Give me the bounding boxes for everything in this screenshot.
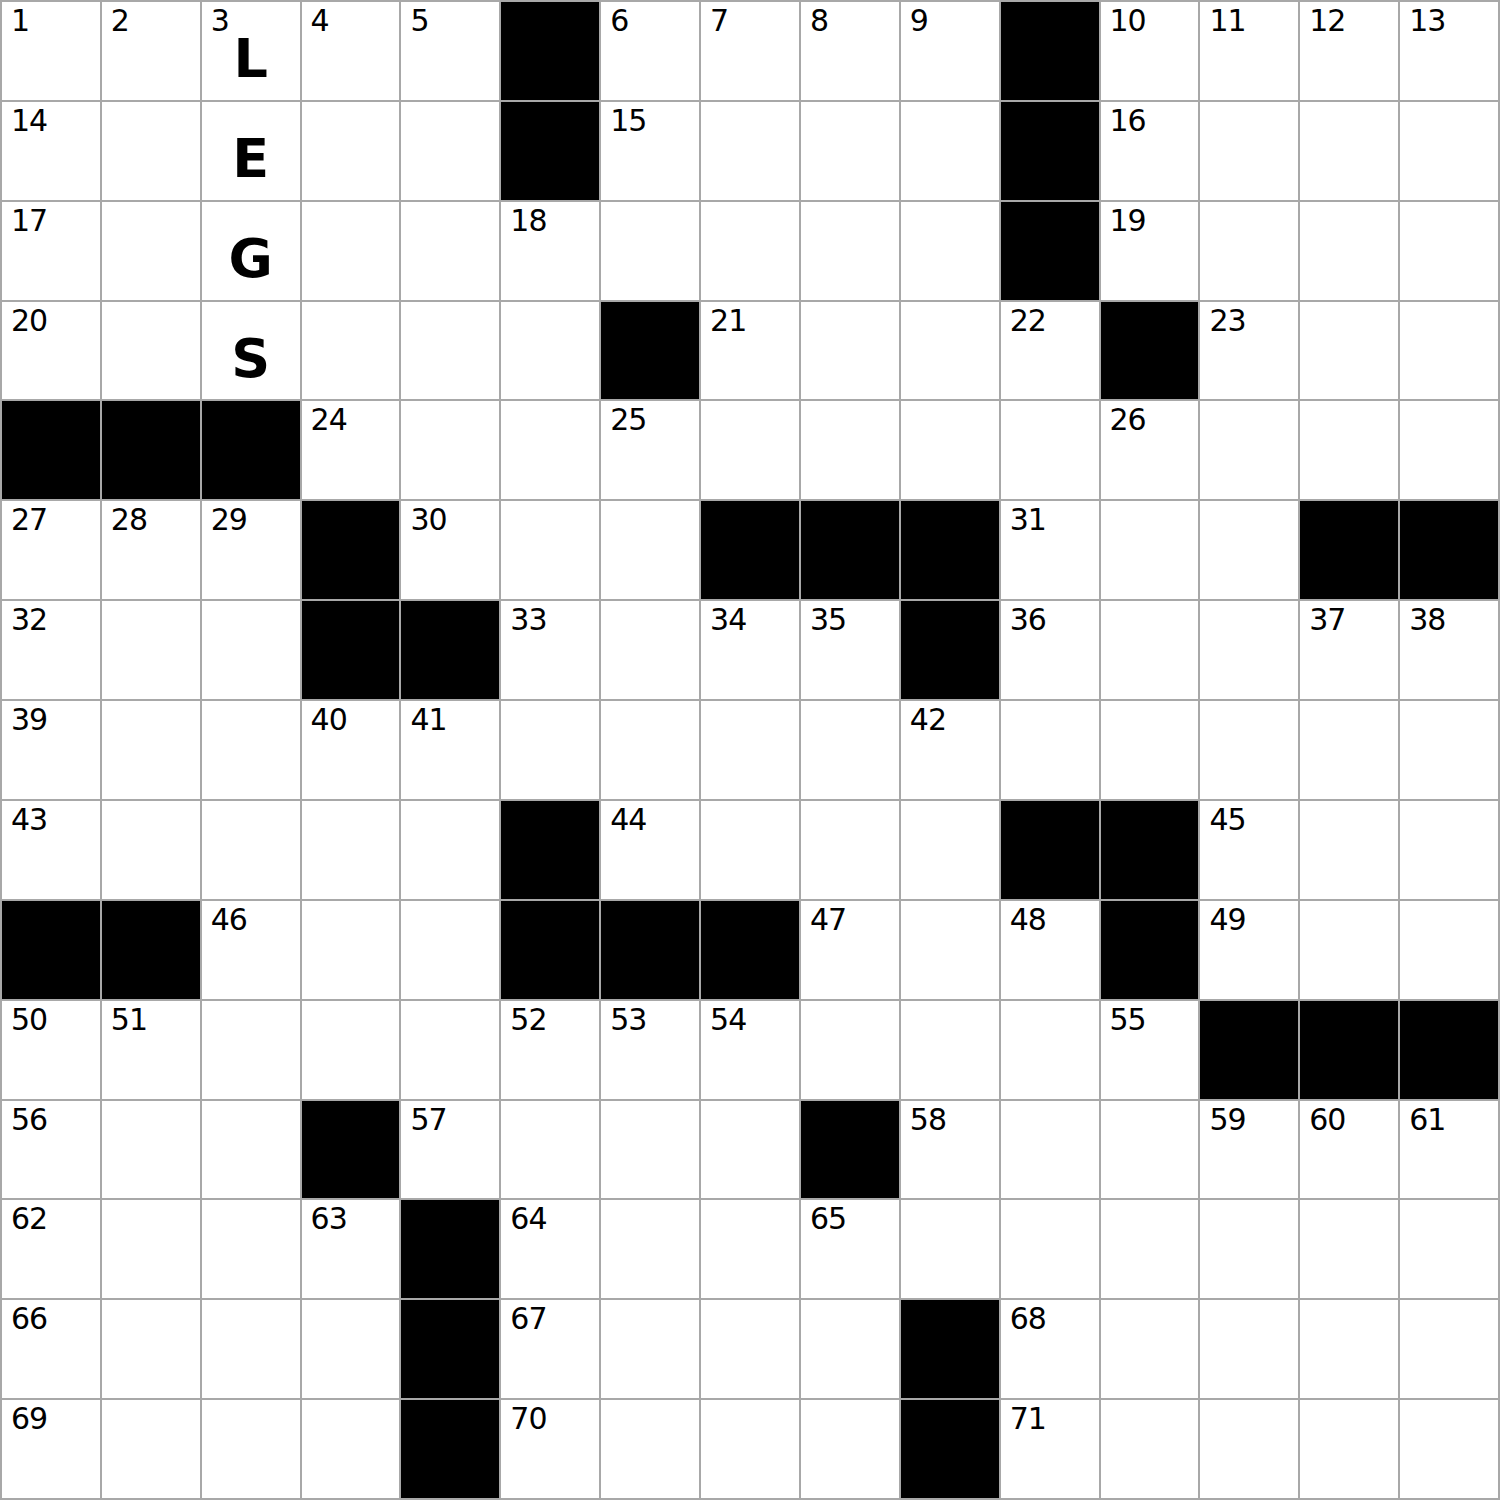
black-cell-r4c7 bbox=[601, 302, 699, 400]
black-cell-r10c8 bbox=[701, 901, 799, 999]
cell-letter-2-3: E bbox=[202, 102, 300, 200]
cell-r14c6[interactable]: 67 bbox=[501, 1300, 599, 1398]
clue-number-30: 30 bbox=[410, 505, 446, 535]
clue-number-44: 44 bbox=[610, 805, 646, 835]
clue-number-18: 18 bbox=[510, 206, 546, 236]
black-cell-r11c15 bbox=[1400, 1001, 1498, 1099]
cell-r8c9[interactable] bbox=[801, 701, 899, 799]
cell-r9c4[interactable] bbox=[302, 801, 400, 899]
cell-r13c2[interactable] bbox=[102, 1200, 200, 1298]
cell-r10c13[interactable]: 49 bbox=[1200, 901, 1298, 999]
clue-number-58: 58 bbox=[910, 1105, 946, 1135]
clue-number-32: 32 bbox=[11, 605, 47, 635]
cell-r9c15[interactable] bbox=[1400, 801, 1498, 899]
black-cell-r7c5 bbox=[401, 601, 499, 699]
black-cell-r6c15 bbox=[1400, 501, 1498, 599]
black-cell-r12c4 bbox=[302, 1101, 400, 1199]
cell-r4c5[interactable] bbox=[401, 302, 499, 400]
cell-r7c1[interactable]: 32 bbox=[2, 601, 100, 699]
cell-r14c14[interactable] bbox=[1300, 1300, 1398, 1398]
black-cell-r14c10 bbox=[901, 1300, 999, 1398]
clue-number-14: 14 bbox=[11, 106, 47, 136]
cell-r13c9[interactable]: 65 bbox=[801, 1200, 899, 1298]
clue-number-42: 42 bbox=[910, 705, 946, 735]
cell-r12c14[interactable]: 60 bbox=[1300, 1101, 1398, 1199]
cell-r4c6[interactable] bbox=[501, 302, 599, 400]
cell-r15c13[interactable] bbox=[1200, 1400, 1298, 1498]
cell-r10c4[interactable] bbox=[302, 901, 400, 999]
clue-number-27: 27 bbox=[11, 505, 47, 535]
cell-r2c10[interactable] bbox=[901, 102, 999, 200]
cell-r4c3[interactable]: S bbox=[202, 302, 300, 400]
cell-r4c11[interactable]: 22 bbox=[1001, 302, 1099, 400]
cell-r1c3[interactable]: 3L bbox=[202, 2, 300, 100]
clue-number-12: 12 bbox=[1309, 6, 1345, 36]
cell-r7c15[interactable]: 38 bbox=[1400, 601, 1498, 699]
cell-r1c15[interactable]: 13 bbox=[1400, 2, 1498, 100]
black-cell-r4c12 bbox=[1101, 302, 1199, 400]
cell-r8c7[interactable] bbox=[601, 701, 699, 799]
cell-r13c14[interactable] bbox=[1300, 1200, 1398, 1298]
cell-r3c14[interactable] bbox=[1300, 202, 1398, 300]
cell-r6c7[interactable] bbox=[601, 501, 699, 599]
cell-r7c6[interactable]: 33 bbox=[501, 601, 599, 699]
cell-r3c15[interactable] bbox=[1400, 202, 1498, 300]
clue-number-16: 16 bbox=[1110, 106, 1146, 136]
cell-r2c3[interactable]: E bbox=[202, 102, 300, 200]
clue-number-39: 39 bbox=[11, 705, 47, 735]
cell-r11c2[interactable]: 51 bbox=[102, 1001, 200, 1099]
clue-number-26: 26 bbox=[1110, 405, 1146, 435]
clue-number-15: 15 bbox=[610, 106, 646, 136]
cell-r8c13[interactable] bbox=[1200, 701, 1298, 799]
cell-r10c3[interactable]: 46 bbox=[202, 901, 300, 999]
clue-number-33: 33 bbox=[510, 605, 546, 635]
cell-r6c6[interactable] bbox=[501, 501, 599, 599]
cell-r3c7[interactable] bbox=[601, 202, 699, 300]
clue-number-49: 49 bbox=[1209, 905, 1245, 935]
black-cell-r6c10 bbox=[901, 501, 999, 599]
cell-r14c1[interactable]: 66 bbox=[2, 1300, 100, 1398]
black-cell-r10c7 bbox=[601, 901, 699, 999]
cell-r14c7[interactable] bbox=[601, 1300, 699, 1398]
clue-number-63: 63 bbox=[311, 1204, 347, 1234]
clue-number-66: 66 bbox=[11, 1304, 47, 1334]
clue-number-71: 71 bbox=[1010, 1404, 1046, 1434]
cell-r13c11[interactable] bbox=[1001, 1200, 1099, 1298]
cell-r12c15[interactable]: 61 bbox=[1400, 1101, 1498, 1199]
cell-r7c7[interactable] bbox=[601, 601, 699, 699]
cell-r8c5[interactable]: 41 bbox=[401, 701, 499, 799]
cell-r11c9[interactable] bbox=[801, 1001, 899, 1099]
clue-number-11: 11 bbox=[1209, 6, 1245, 36]
cell-r12c8[interactable] bbox=[701, 1101, 799, 1199]
cell-r7c2[interactable] bbox=[102, 601, 200, 699]
black-cell-r1c11 bbox=[1001, 2, 1099, 100]
cell-r14c8[interactable] bbox=[701, 1300, 799, 1398]
black-cell-r6c4 bbox=[302, 501, 400, 599]
cell-r8c1[interactable]: 39 bbox=[2, 701, 100, 799]
clue-number-9: 9 bbox=[910, 6, 928, 36]
clue-number-51: 51 bbox=[111, 1005, 147, 1035]
cell-r11c11[interactable] bbox=[1001, 1001, 1099, 1099]
cell-r3c12[interactable]: 19 bbox=[1101, 202, 1199, 300]
clue-number-20: 20 bbox=[11, 306, 47, 336]
clue-number-50: 50 bbox=[11, 1005, 47, 1035]
clue-number-70: 70 bbox=[510, 1404, 546, 1434]
cell-r1c12[interactable]: 10 bbox=[1101, 2, 1199, 100]
cell-r1c1[interactable]: 1 bbox=[2, 2, 100, 100]
cell-r11c4[interactable] bbox=[302, 1001, 400, 1099]
cell-r1c2[interactable]: 2 bbox=[102, 2, 200, 100]
cell-r2c7[interactable]: 15 bbox=[601, 102, 699, 200]
cell-r2c8[interactable] bbox=[701, 102, 799, 200]
clue-number-61: 61 bbox=[1409, 1105, 1445, 1135]
black-cell-r7c10 bbox=[901, 601, 999, 699]
cell-r7c8[interactable]: 34 bbox=[701, 601, 799, 699]
cell-r11c5[interactable] bbox=[401, 1001, 499, 1099]
clue-number-40: 40 bbox=[311, 705, 347, 735]
cell-r11c3[interactable] bbox=[202, 1001, 300, 1099]
clue-number-7: 7 bbox=[710, 6, 728, 36]
clue-number-13: 13 bbox=[1409, 6, 1445, 36]
cell-letter-1-3: L bbox=[202, 2, 300, 100]
clue-number-36: 36 bbox=[1010, 605, 1046, 635]
clue-number-25: 25 bbox=[610, 405, 646, 435]
cell-r13c15[interactable] bbox=[1400, 1200, 1498, 1298]
black-cell-r9c11 bbox=[1001, 801, 1099, 899]
cell-r7c11[interactable]: 36 bbox=[1001, 601, 1099, 699]
cell-r7c9[interactable]: 35 bbox=[801, 601, 899, 699]
cell-r15c12[interactable] bbox=[1101, 1400, 1199, 1498]
clue-number-68: 68 bbox=[1010, 1304, 1046, 1334]
cell-r3c6[interactable]: 18 bbox=[501, 202, 599, 300]
black-cell-r5c3 bbox=[202, 401, 300, 499]
cell-r12c11[interactable] bbox=[1001, 1101, 1099, 1199]
black-cell-r14c5 bbox=[401, 1300, 499, 1398]
clue-number-35: 35 bbox=[810, 605, 846, 635]
cell-r6c5[interactable]: 30 bbox=[401, 501, 499, 599]
clue-number-52: 52 bbox=[510, 1005, 546, 1035]
cell-r13c6[interactable]: 64 bbox=[501, 1200, 599, 1298]
cell-r11c1[interactable]: 50 bbox=[2, 1001, 100, 1099]
clue-number-65: 65 bbox=[810, 1204, 846, 1234]
cell-r4c8[interactable]: 21 bbox=[701, 302, 799, 400]
cell-r4c13[interactable]: 23 bbox=[1200, 302, 1298, 400]
cell-r7c12[interactable] bbox=[1101, 601, 1199, 699]
cell-r5c4[interactable]: 24 bbox=[302, 401, 400, 499]
clue-number-6: 6 bbox=[610, 6, 628, 36]
cell-r4c10[interactable] bbox=[901, 302, 999, 400]
clue-number-62: 62 bbox=[11, 1204, 47, 1234]
cell-r15c9[interactable] bbox=[801, 1400, 899, 1498]
cell-r15c2[interactable] bbox=[102, 1400, 200, 1498]
cell-r9c2[interactable] bbox=[102, 801, 200, 899]
clue-number-43: 43 bbox=[11, 805, 47, 835]
black-cell-r6c8 bbox=[701, 501, 799, 599]
cell-r4c2[interactable] bbox=[102, 302, 200, 400]
cell-r15c15[interactable] bbox=[1400, 1400, 1498, 1498]
cell-r14c15[interactable] bbox=[1400, 1300, 1498, 1398]
cell-r2c9[interactable] bbox=[801, 102, 899, 200]
cell-r7c13[interactable] bbox=[1200, 601, 1298, 699]
cell-r8c11[interactable] bbox=[1001, 701, 1099, 799]
clue-number-22: 22 bbox=[1010, 306, 1046, 336]
cell-r5c9[interactable] bbox=[801, 401, 899, 499]
clue-number-56: 56 bbox=[11, 1105, 47, 1135]
black-cell-r10c1 bbox=[2, 901, 100, 999]
black-cell-r5c2 bbox=[102, 401, 200, 499]
cell-r12c13[interactable]: 59 bbox=[1200, 1101, 1298, 1199]
clue-number-55: 55 bbox=[1110, 1005, 1146, 1035]
clue-number-67: 67 bbox=[510, 1304, 546, 1334]
cell-r5c11[interactable] bbox=[1001, 401, 1099, 499]
clue-number-41: 41 bbox=[410, 705, 446, 735]
black-cell-r6c14 bbox=[1300, 501, 1398, 599]
cell-r8c10[interactable]: 42 bbox=[901, 701, 999, 799]
cell-r2c2[interactable] bbox=[102, 102, 200, 200]
cell-r8c6[interactable] bbox=[501, 701, 599, 799]
cell-r9c13[interactable]: 45 bbox=[1200, 801, 1298, 899]
cell-r9c10[interactable] bbox=[901, 801, 999, 899]
cell-r8c8[interactable] bbox=[701, 701, 799, 799]
cell-r15c4[interactable] bbox=[302, 1400, 400, 1498]
cell-r4c14[interactable] bbox=[1300, 302, 1398, 400]
cell-r7c14[interactable]: 37 bbox=[1300, 601, 1398, 699]
clue-number-17: 17 bbox=[11, 206, 47, 236]
cell-r2c15[interactable] bbox=[1400, 102, 1498, 200]
cell-r3c4[interactable] bbox=[302, 202, 400, 300]
cell-r8c15[interactable] bbox=[1400, 701, 1498, 799]
cell-r15c6[interactable]: 70 bbox=[501, 1400, 599, 1498]
cell-r9c5[interactable] bbox=[401, 801, 499, 899]
cell-r12c3[interactable] bbox=[202, 1101, 300, 1199]
cell-r9c9[interactable] bbox=[801, 801, 899, 899]
cell-r12c7[interactable] bbox=[601, 1101, 699, 1199]
cell-r12c6[interactable] bbox=[501, 1101, 599, 1199]
black-cell-r2c11 bbox=[1001, 102, 1099, 200]
cell-r12c5[interactable]: 57 bbox=[401, 1101, 499, 1199]
cell-r13c3[interactable] bbox=[202, 1200, 300, 1298]
clue-number-60: 60 bbox=[1309, 1105, 1345, 1135]
clue-number-64: 64 bbox=[510, 1204, 546, 1234]
cell-r13c8[interactable] bbox=[701, 1200, 799, 1298]
cell-r15c3[interactable] bbox=[202, 1400, 300, 1498]
cell-r14c12[interactable] bbox=[1101, 1300, 1199, 1398]
cell-r8c3[interactable] bbox=[202, 701, 300, 799]
cell-r1c4[interactable]: 4 bbox=[302, 2, 400, 100]
clue-number-1: 1 bbox=[11, 6, 29, 36]
cell-r13c12[interactable] bbox=[1101, 1200, 1199, 1298]
cell-r1c13[interactable]: 11 bbox=[1200, 2, 1298, 100]
cell-r9c7[interactable]: 44 bbox=[601, 801, 699, 899]
cell-r1c7[interactable]: 6 bbox=[601, 2, 699, 100]
cell-r5c5[interactable] bbox=[401, 401, 499, 499]
cell-r13c4[interactable]: 63 bbox=[302, 1200, 400, 1298]
cell-r6c13[interactable] bbox=[1200, 501, 1298, 599]
clue-number-46: 46 bbox=[211, 905, 247, 935]
cell-r3c8[interactable] bbox=[701, 202, 799, 300]
black-cell-r9c12 bbox=[1101, 801, 1199, 899]
cell-r8c14[interactable] bbox=[1300, 701, 1398, 799]
black-cell-r15c10 bbox=[901, 1400, 999, 1498]
cell-r2c14[interactable] bbox=[1300, 102, 1398, 200]
cell-r14c13[interactable] bbox=[1200, 1300, 1298, 1398]
cell-r10c11[interactable]: 48 bbox=[1001, 901, 1099, 999]
cell-r6c2[interactable]: 28 bbox=[102, 501, 200, 599]
clue-number-31: 31 bbox=[1010, 505, 1046, 535]
cell-r3c9[interactable] bbox=[801, 202, 899, 300]
cell-r1c9[interactable]: 8 bbox=[801, 2, 899, 100]
cell-r14c9[interactable] bbox=[801, 1300, 899, 1398]
clue-number-69: 69 bbox=[11, 1404, 47, 1434]
cell-r6c11[interactable]: 31 bbox=[1001, 501, 1099, 599]
cell-r15c14[interactable] bbox=[1300, 1400, 1398, 1498]
cell-r11c10[interactable] bbox=[901, 1001, 999, 1099]
cell-letter-4-3: S bbox=[202, 302, 300, 400]
cell-r1c10[interactable]: 9 bbox=[901, 2, 999, 100]
cell-r13c1[interactable]: 62 bbox=[2, 1200, 100, 1298]
black-cell-r9c6 bbox=[501, 801, 599, 899]
cell-r5c13[interactable] bbox=[1200, 401, 1298, 499]
cell-r8c2[interactable] bbox=[102, 701, 200, 799]
cell-r3c1[interactable]: 17 bbox=[2, 202, 100, 300]
black-cell-r10c6 bbox=[501, 901, 599, 999]
cell-r12c10[interactable]: 58 bbox=[901, 1101, 999, 1199]
cell-r1c5[interactable]: 5 bbox=[401, 2, 499, 100]
cell-r15c1[interactable]: 69 bbox=[2, 1400, 100, 1498]
black-cell-r5c1 bbox=[2, 401, 100, 499]
cell-r10c10[interactable] bbox=[901, 901, 999, 999]
cell-r9c3[interactable] bbox=[202, 801, 300, 899]
cell-r6c3[interactable]: 29 bbox=[202, 501, 300, 599]
clue-number-57: 57 bbox=[410, 1105, 446, 1135]
clue-number-47: 47 bbox=[810, 905, 846, 935]
cell-r3c13[interactable] bbox=[1200, 202, 1298, 300]
cell-r12c12[interactable] bbox=[1101, 1101, 1199, 1199]
cell-r2c4[interactable] bbox=[302, 102, 400, 200]
cell-r5c7[interactable]: 25 bbox=[601, 401, 699, 499]
black-cell-r10c2 bbox=[102, 901, 200, 999]
black-cell-r3c11 bbox=[1001, 202, 1099, 300]
cell-r1c14[interactable]: 12 bbox=[1300, 2, 1398, 100]
cell-r5c15[interactable] bbox=[1400, 401, 1498, 499]
cell-r4c4[interactable] bbox=[302, 302, 400, 400]
cell-r4c1[interactable]: 20 bbox=[2, 302, 100, 400]
cell-r2c13[interactable] bbox=[1200, 102, 1298, 200]
black-cell-r15c5 bbox=[401, 1400, 499, 1498]
cell-r10c14[interactable] bbox=[1300, 901, 1398, 999]
clue-number-24: 24 bbox=[311, 405, 347, 435]
cell-r14c4[interactable] bbox=[302, 1300, 400, 1398]
cell-r14c11[interactable]: 68 bbox=[1001, 1300, 1099, 1398]
black-cell-r7c4 bbox=[302, 601, 400, 699]
clue-number-54: 54 bbox=[710, 1005, 746, 1035]
clue-number-21: 21 bbox=[710, 306, 746, 336]
cell-r10c9[interactable]: 47 bbox=[801, 901, 899, 999]
cell-r2c1[interactable]: 14 bbox=[2, 102, 100, 200]
cell-r3c3[interactable]: G bbox=[202, 202, 300, 300]
black-cell-r6c9 bbox=[801, 501, 899, 599]
cell-r8c4[interactable]: 40 bbox=[302, 701, 400, 799]
clue-number-2: 2 bbox=[111, 6, 129, 36]
clue-number-8: 8 bbox=[810, 6, 828, 36]
cell-r9c8[interactable] bbox=[701, 801, 799, 899]
clue-number-5: 5 bbox=[410, 6, 428, 36]
clue-number-34: 34 bbox=[710, 605, 746, 635]
cell-r5c10[interactable] bbox=[901, 401, 999, 499]
cell-r5c6[interactable] bbox=[501, 401, 599, 499]
cell-r11c7[interactable]: 53 bbox=[601, 1001, 699, 1099]
cell-r11c8[interactable]: 54 bbox=[701, 1001, 799, 1099]
cell-r4c9[interactable] bbox=[801, 302, 899, 400]
cell-r15c7[interactable] bbox=[601, 1400, 699, 1498]
clue-number-29: 29 bbox=[211, 505, 247, 535]
clue-number-28: 28 bbox=[111, 505, 147, 535]
clue-number-48: 48 bbox=[1010, 905, 1046, 935]
cell-r13c10[interactable] bbox=[901, 1200, 999, 1298]
cell-r14c2[interactable] bbox=[102, 1300, 200, 1398]
cell-r10c15[interactable] bbox=[1400, 901, 1498, 999]
cell-r4c15[interactable] bbox=[1400, 302, 1498, 400]
black-cell-r11c14 bbox=[1300, 1001, 1398, 1099]
cell-r15c8[interactable] bbox=[701, 1400, 799, 1498]
cell-r7c3[interactable] bbox=[202, 601, 300, 699]
crossword-board: 123L4567891011121314E151617G181920S21222… bbox=[0, 0, 1500, 1500]
cell-r3c5[interactable] bbox=[401, 202, 499, 300]
cell-letter-3-3: G bbox=[202, 202, 300, 300]
cell-r2c12[interactable]: 16 bbox=[1101, 102, 1199, 200]
black-cell-r11c13 bbox=[1200, 1001, 1298, 1099]
cell-r9c1[interactable]: 43 bbox=[2, 801, 100, 899]
clue-number-37: 37 bbox=[1309, 605, 1345, 635]
cell-r9c14[interactable] bbox=[1300, 801, 1398, 899]
cell-r1c8[interactable]: 7 bbox=[701, 2, 799, 100]
cell-r11c12[interactable]: 55 bbox=[1101, 1001, 1199, 1099]
black-cell-r13c5 bbox=[401, 1200, 499, 1298]
cell-r8c12[interactable] bbox=[1101, 701, 1199, 799]
cell-r14c3[interactable] bbox=[202, 1300, 300, 1398]
cell-r6c12[interactable] bbox=[1101, 501, 1199, 599]
cell-r10c5[interactable] bbox=[401, 901, 499, 999]
cell-r3c10[interactable] bbox=[901, 202, 999, 300]
clue-number-4: 4 bbox=[311, 6, 329, 36]
cell-r5c14[interactable] bbox=[1300, 401, 1398, 499]
clue-number-45: 45 bbox=[1209, 805, 1245, 835]
clue-number-38: 38 bbox=[1409, 605, 1445, 635]
cell-r3c2[interactable] bbox=[102, 202, 200, 300]
black-cell-r10c12 bbox=[1101, 901, 1199, 999]
clue-number-59: 59 bbox=[1209, 1105, 1245, 1135]
black-cell-r2c6 bbox=[501, 102, 599, 200]
clue-number-19: 19 bbox=[1110, 206, 1146, 236]
cell-r5c8[interactable] bbox=[701, 401, 799, 499]
cell-r12c1[interactable]: 56 bbox=[2, 1101, 100, 1199]
cell-r13c7[interactable] bbox=[601, 1200, 699, 1298]
cell-r15c11[interactable]: 71 bbox=[1001, 1400, 1099, 1498]
black-cell-r12c9 bbox=[801, 1101, 899, 1199]
black-cell-r1c6 bbox=[501, 2, 599, 100]
cell-r11c6[interactable]: 52 bbox=[501, 1001, 599, 1099]
cell-r5c12[interactable]: 26 bbox=[1101, 401, 1199, 499]
cell-r6c1[interactable]: 27 bbox=[2, 501, 100, 599]
clue-number-10: 10 bbox=[1110, 6, 1146, 36]
clue-number-53: 53 bbox=[610, 1005, 646, 1035]
clue-number-23: 23 bbox=[1209, 306, 1245, 336]
cell-r2c5[interactable] bbox=[401, 102, 499, 200]
cell-r12c2[interactable] bbox=[102, 1101, 200, 1199]
cell-r13c13[interactable] bbox=[1200, 1200, 1298, 1298]
